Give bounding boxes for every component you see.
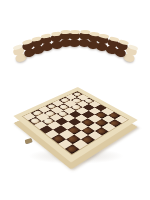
board-grid: [23, 91, 128, 154]
checker-stack: [69, 30, 80, 47]
piece-tray: [0, 0, 150, 72]
checker-piece-top: [69, 32, 80, 40]
checker-piece-bottom: [69, 39, 80, 47]
product-photo[interactable]: [0, 0, 150, 200]
box-clasp-detail: [25, 138, 33, 143]
